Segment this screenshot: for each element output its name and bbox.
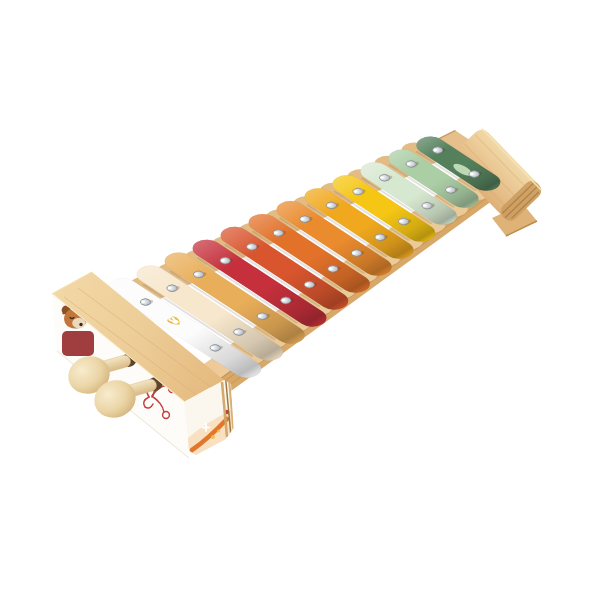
fox-nose	[79, 323, 82, 326]
xylophone-illustration	[0, 0, 600, 600]
yellow-dot-1	[211, 435, 215, 439]
product-photo	[0, 0, 600, 600]
fox-body	[62, 331, 94, 356]
yellow-dot-2	[217, 430, 220, 433]
